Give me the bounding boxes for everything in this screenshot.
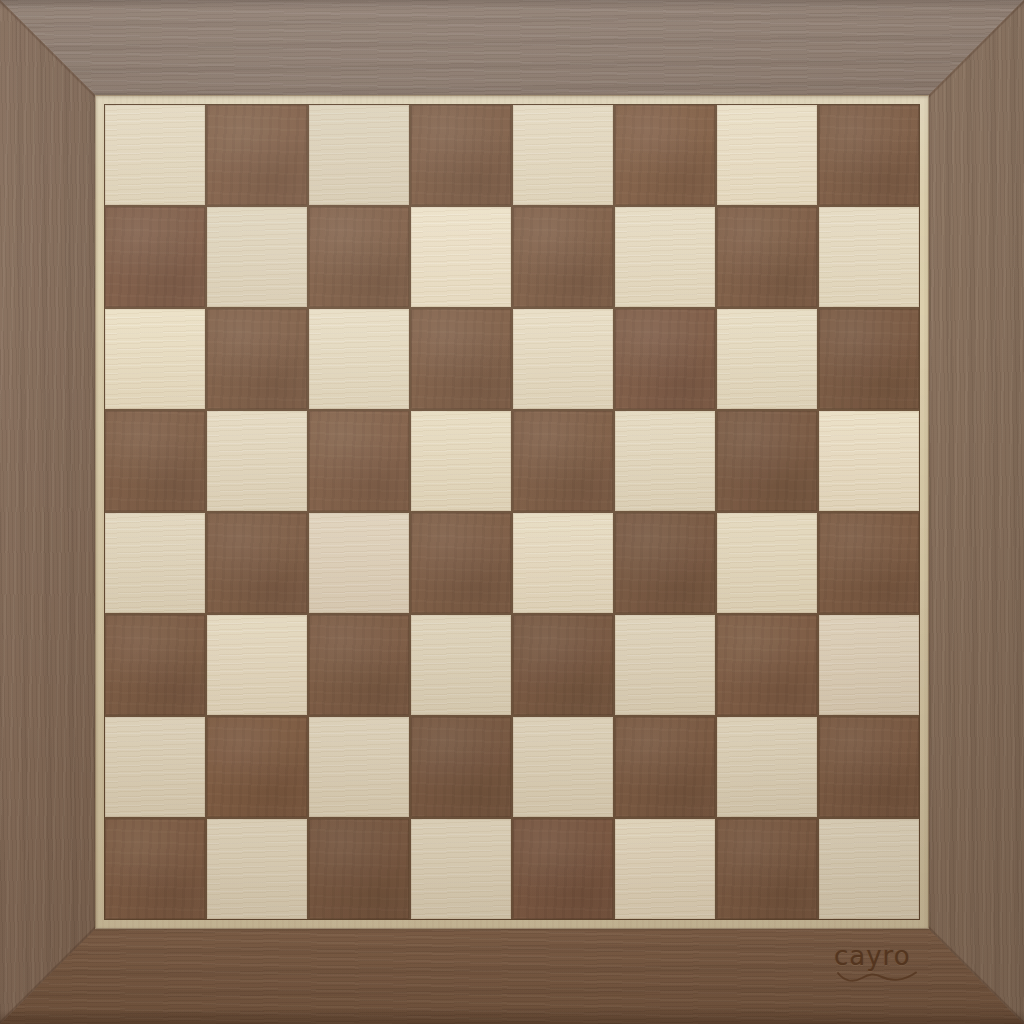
square-f4[interactable]: [615, 513, 715, 613]
square-c8[interactable]: [309, 105, 409, 205]
square-e8[interactable]: [513, 105, 613, 205]
square-c4[interactable]: [309, 513, 409, 613]
square-d5[interactable]: [411, 411, 511, 511]
square-e1[interactable]: [513, 819, 613, 919]
square-g5[interactable]: [717, 411, 817, 511]
square-d1[interactable]: [411, 819, 511, 919]
square-c3[interactable]: [309, 615, 409, 715]
square-b4[interactable]: [207, 513, 307, 613]
square-f7[interactable]: [615, 207, 715, 307]
square-e7[interactable]: [513, 207, 613, 307]
square-a2[interactable]: [105, 717, 205, 817]
square-h3[interactable]: [819, 615, 919, 715]
frame-top: [0, 0, 1024, 96]
square-g8[interactable]: [717, 105, 817, 205]
square-e4[interactable]: [513, 513, 613, 613]
square-h8[interactable]: [819, 105, 919, 205]
square-g6[interactable]: [717, 309, 817, 409]
square-f5[interactable]: [615, 411, 715, 511]
square-a3[interactable]: [105, 615, 205, 715]
square-f8[interactable]: [615, 105, 715, 205]
square-b3[interactable]: [207, 615, 307, 715]
square-b7[interactable]: [207, 207, 307, 307]
square-g4[interactable]: [717, 513, 817, 613]
chessboard-photo: cayro: [0, 0, 1024, 1024]
square-d6[interactable]: [411, 309, 511, 409]
square-a4[interactable]: [105, 513, 205, 613]
square-c2[interactable]: [309, 717, 409, 817]
square-f2[interactable]: [615, 717, 715, 817]
square-d4[interactable]: [411, 513, 511, 613]
square-d7[interactable]: [411, 207, 511, 307]
square-d8[interactable]: [411, 105, 511, 205]
square-b5[interactable]: [207, 411, 307, 511]
square-b6[interactable]: [207, 309, 307, 409]
square-b1[interactable]: [207, 819, 307, 919]
square-h2[interactable]: [819, 717, 919, 817]
square-a7[interactable]: [105, 207, 205, 307]
square-c6[interactable]: [309, 309, 409, 409]
square-g1[interactable]: [717, 819, 817, 919]
frame-left: [0, 0, 96, 1024]
square-d3[interactable]: [411, 615, 511, 715]
square-h4[interactable]: [819, 513, 919, 613]
square-f6[interactable]: [615, 309, 715, 409]
square-a1[interactable]: [105, 819, 205, 919]
square-c5[interactable]: [309, 411, 409, 511]
board-edge-fillet: [95, 95, 929, 929]
square-e2[interactable]: [513, 717, 613, 817]
frame-bottom: [0, 928, 1024, 1024]
square-b8[interactable]: [207, 105, 307, 205]
square-f1[interactable]: [615, 819, 715, 919]
chess-board: [104, 104, 920, 920]
square-e6[interactable]: [513, 309, 613, 409]
square-d2[interactable]: [411, 717, 511, 817]
square-h1[interactable]: [819, 819, 919, 919]
square-b2[interactable]: [207, 717, 307, 817]
frame-right: [928, 0, 1024, 1024]
square-h7[interactable]: [819, 207, 919, 307]
square-f3[interactable]: [615, 615, 715, 715]
square-g3[interactable]: [717, 615, 817, 715]
square-h6[interactable]: [819, 309, 919, 409]
square-a5[interactable]: [105, 411, 205, 511]
square-c7[interactable]: [309, 207, 409, 307]
square-e3[interactable]: [513, 615, 613, 715]
square-g7[interactable]: [717, 207, 817, 307]
square-a6[interactable]: [105, 309, 205, 409]
square-a8[interactable]: [105, 105, 205, 205]
square-e5[interactable]: [513, 411, 613, 511]
square-h5[interactable]: [819, 411, 919, 511]
square-g2[interactable]: [717, 717, 817, 817]
square-c1[interactable]: [309, 819, 409, 919]
